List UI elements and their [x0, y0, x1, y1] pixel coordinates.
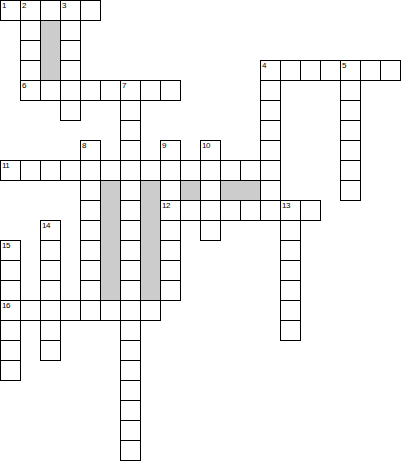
grid-cell[interactable] [0, 280, 21, 301]
grid-cell[interactable] [280, 320, 301, 341]
grid-cell[interactable] [260, 200, 281, 221]
grid-cell[interactable] [80, 280, 101, 301]
grid-cell[interactable] [140, 160, 161, 181]
grid-cell[interactable] [0, 360, 21, 381]
grid-cell[interactable] [160, 220, 181, 241]
grid-cell[interactable] [40, 0, 61, 21]
grid-cell[interactable] [80, 220, 101, 241]
grid-cell[interactable] [20, 60, 41, 81]
grid-cell[interactable] [260, 180, 281, 201]
grid-cell[interactable] [320, 60, 341, 81]
grid-cell[interactable] [200, 140, 221, 161]
grid-cell[interactable] [300, 200, 321, 221]
grid-cell[interactable] [20, 20, 41, 41]
blocked-region [140, 180, 161, 301]
grid-cell[interactable] [80, 260, 101, 281]
grid-cell[interactable] [200, 200, 221, 221]
grid-cell[interactable] [200, 220, 221, 241]
grid-cell[interactable] [40, 340, 61, 361]
grid-cell[interactable] [260, 160, 281, 181]
grid-cell[interactable] [280, 200, 301, 221]
grid-cell[interactable] [380, 60, 401, 81]
grid-cell[interactable] [20, 300, 41, 321]
grid-cell[interactable] [160, 180, 181, 201]
grid-cell[interactable] [80, 200, 101, 221]
grid-cell[interactable] [260, 100, 281, 121]
grid-cell[interactable] [160, 280, 181, 301]
grid-cell[interactable] [260, 120, 281, 141]
grid-cell[interactable] [200, 160, 221, 181]
grid-cell[interactable] [60, 160, 81, 181]
grid-cell[interactable] [340, 120, 361, 141]
grid-cell[interactable] [120, 120, 141, 141]
grid-cell[interactable] [140, 300, 161, 321]
grid-cell[interactable] [80, 180, 101, 201]
grid-cell[interactable] [120, 320, 141, 341]
grid-cell[interactable] [60, 80, 81, 101]
grid-cell[interactable] [340, 140, 361, 161]
grid-cell[interactable] [280, 260, 301, 281]
grid-cell[interactable] [340, 180, 361, 201]
blocked-region [180, 180, 201, 201]
grid-cell[interactable] [60, 0, 81, 21]
grid-cell[interactable] [60, 60, 81, 81]
grid-cell[interactable] [80, 80, 101, 101]
grid-cell[interactable] [100, 300, 121, 321]
grid-cell[interactable] [60, 40, 81, 61]
grid-cell[interactable] [120, 200, 141, 221]
grid-cell[interactable] [120, 140, 141, 161]
grid-cell[interactable] [140, 80, 161, 101]
grid-cell[interactable] [120, 240, 141, 261]
grid-cell[interactable] [220, 200, 241, 221]
grid-cell[interactable] [120, 440, 141, 461]
grid-cell[interactable] [120, 420, 141, 441]
grid-cell[interactable] [340, 60, 361, 81]
grid-cell[interactable] [240, 160, 261, 181]
grid-cell[interactable] [100, 80, 121, 101]
grid-cell[interactable] [20, 80, 41, 101]
grid-cell[interactable] [260, 60, 281, 81]
grid-cell[interactable] [160, 80, 181, 101]
grid-cell[interactable] [0, 0, 21, 21]
grid-cell[interactable] [280, 300, 301, 321]
grid-cell[interactable] [200, 180, 221, 201]
grid-cell[interactable] [260, 80, 281, 101]
grid-cell[interactable] [280, 280, 301, 301]
grid-cell[interactable] [180, 200, 201, 221]
grid-cell[interactable] [280, 220, 301, 241]
grid-cell[interactable] [40, 280, 61, 301]
grid-cell[interactable] [160, 200, 181, 221]
grid-cell[interactable] [20, 160, 41, 181]
grid-cell[interactable] [80, 300, 101, 321]
grid-cell[interactable] [120, 380, 141, 401]
grid-cell[interactable] [40, 160, 61, 181]
grid-cell[interactable] [40, 260, 61, 281]
grid-cell[interactable] [0, 340, 21, 361]
grid-cell[interactable] [220, 160, 241, 181]
grid-cell[interactable] [340, 160, 361, 181]
grid-cell[interactable] [340, 100, 361, 121]
blocked-region [220, 180, 261, 201]
grid-cell[interactable] [120, 300, 141, 321]
grid-cell[interactable] [120, 400, 141, 421]
grid-cell[interactable] [40, 240, 61, 261]
grid-cell[interactable] [0, 300, 21, 321]
grid-cell[interactable] [120, 360, 141, 381]
grid-cell[interactable] [100, 160, 121, 181]
grid-cell[interactable] [120, 260, 141, 281]
grid-cell[interactable] [40, 320, 61, 341]
grid-cell[interactable] [40, 80, 61, 101]
grid-cell[interactable] [120, 280, 141, 301]
grid-cell[interactable] [180, 160, 201, 181]
grid-cell[interactable] [340, 80, 361, 101]
grid-cell[interactable] [120, 80, 141, 101]
grid-cell[interactable] [80, 140, 101, 161]
blocked-region [100, 180, 121, 301]
grid-cell[interactable] [0, 160, 21, 181]
grid-cell[interactable] [240, 200, 261, 221]
grid-cell[interactable] [160, 160, 181, 181]
grid-cell[interactable] [60, 20, 81, 41]
grid-cell[interactable] [80, 240, 101, 261]
grid-cell[interactable] [80, 160, 101, 181]
grid-cell[interactable] [40, 300, 61, 321]
crossword-grid: 12345678910111213141516 [0, 0, 401, 461]
grid-cell[interactable] [120, 220, 141, 241]
grid-cell[interactable] [20, 0, 41, 21]
grid-cell[interactable] [60, 300, 81, 321]
grid-cell[interactable] [120, 340, 141, 361]
grid-cell[interactable] [260, 140, 281, 161]
grid-cell[interactable] [60, 100, 81, 121]
blocked-region [40, 20, 61, 81]
grid-cell[interactable] [40, 220, 61, 241]
grid-cell[interactable] [0, 320, 21, 341]
grid-cell[interactable] [160, 140, 181, 161]
grid-cell[interactable] [20, 40, 41, 61]
grid-cell[interactable] [0, 260, 21, 281]
grid-cell[interactable] [280, 60, 301, 81]
grid-cell[interactable] [160, 260, 181, 281]
grid-cell[interactable] [160, 240, 181, 261]
grid-cell[interactable] [0, 240, 21, 261]
grid-cell[interactable] [360, 60, 381, 81]
grid-cell[interactable] [300, 60, 321, 81]
grid-cell[interactable] [80, 0, 101, 21]
grid-cell[interactable] [120, 100, 141, 121]
grid-cell[interactable] [120, 180, 141, 201]
grid-cell[interactable] [120, 160, 141, 181]
grid-cell[interactable] [280, 240, 301, 261]
